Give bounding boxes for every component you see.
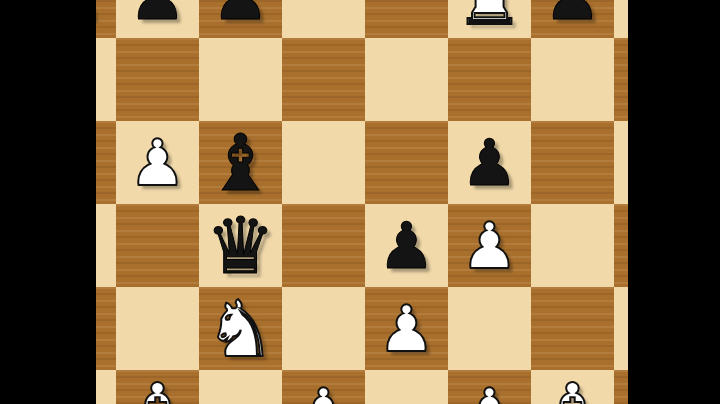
square-f6[interactable] — [448, 38, 531, 121]
square-b5[interactable]: ♟ — [116, 121, 199, 204]
square-g6[interactable] — [531, 38, 614, 121]
square-c7[interactable]: ♟ — [199, 0, 282, 38]
piece-white-pawn-d2: ♟ — [295, 380, 352, 404]
square-f5[interactable]: ♟ — [448, 121, 531, 204]
square-c3[interactable]: ♞ — [199, 287, 282, 370]
square-g5[interactable] — [531, 121, 614, 204]
piece-black-bishop-c5: ♝ — [206, 124, 276, 202]
square-d4[interactable] — [282, 204, 365, 287]
piece-black-pawn-f5: ♟ — [461, 131, 518, 195]
piece-black-pawn-b7: ♟ — [129, 0, 186, 29]
piece-white-knight-c3: ♞ — [206, 290, 276, 368]
square-c5[interactable]: ♝ — [199, 121, 282, 204]
square-b3[interactable] — [116, 287, 199, 370]
chess-board: ♟♟♟♜♟♟♟♝♟♛♟♟♞♟♝♟♟♝ — [33, 0, 697, 404]
piece-black-pawn-e4: ♟ — [378, 214, 435, 278]
square-f3[interactable] — [448, 287, 531, 370]
piece-white-pawn-f2: ♟ — [461, 380, 518, 404]
square-d2[interactable]: ♟ — [282, 370, 365, 404]
square-b4[interactable] — [116, 204, 199, 287]
piece-white-pawn-b5: ♟ — [129, 131, 186, 195]
letterbox-left — [0, 0, 96, 404]
piece-white-pawn-e3: ♟ — [378, 297, 435, 361]
square-g2[interactable]: ♝ — [531, 370, 614, 404]
square-f2[interactable]: ♟ — [448, 370, 531, 404]
square-f7[interactable]: ♜ — [448, 0, 531, 38]
piece-white-bishop-b2: ♝ — [123, 373, 193, 404]
square-g3[interactable] — [531, 287, 614, 370]
square-d3[interactable] — [282, 287, 365, 370]
square-b7[interactable]: ♟ — [116, 0, 199, 38]
piece-white-bishop-g2: ♝ — [538, 373, 608, 404]
square-e4[interactable]: ♟ — [365, 204, 448, 287]
letterbox-right — [628, 0, 720, 404]
square-b6[interactable] — [116, 38, 199, 121]
square-g7[interactable]: ♟ — [531, 0, 614, 38]
piece-white-pawn-f4: ♟ — [461, 214, 518, 278]
video-frame: ♟♟♟♜♟♟♟♝♟♛♟♟♞♟♝♟♟♝ — [0, 0, 720, 404]
square-e2[interactable] — [365, 370, 448, 404]
piece-black-queen-c4: ♛ — [206, 207, 276, 285]
square-f4[interactable]: ♟ — [448, 204, 531, 287]
piece-white-rook-f7: ♜ — [455, 0, 525, 36]
square-e7[interactable] — [365, 0, 448, 38]
square-e5[interactable] — [365, 121, 448, 204]
piece-black-pawn-c7: ♟ — [212, 0, 269, 29]
square-d5[interactable] — [282, 121, 365, 204]
square-c6[interactable] — [199, 38, 282, 121]
square-c2[interactable] — [199, 370, 282, 404]
square-b2[interactable]: ♝ — [116, 370, 199, 404]
square-c4[interactable]: ♛ — [199, 204, 282, 287]
piece-black-pawn-g7: ♟ — [544, 0, 601, 29]
square-d7[interactable] — [282, 0, 365, 38]
square-e6[interactable] — [365, 38, 448, 121]
square-e3[interactable]: ♟ — [365, 287, 448, 370]
square-d6[interactable] — [282, 38, 365, 121]
square-g4[interactable] — [531, 204, 614, 287]
